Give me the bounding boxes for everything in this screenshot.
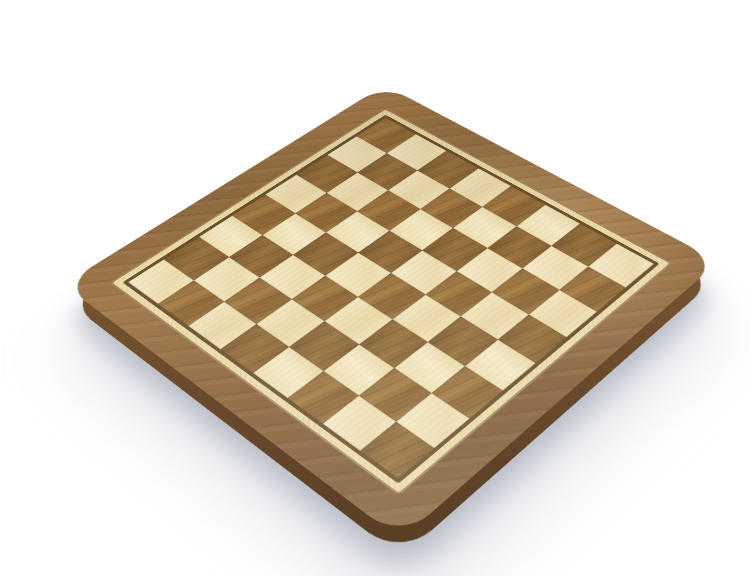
chess-board (63, 85, 719, 540)
square-e2[interactable] (289, 321, 358, 370)
square-h4[interactable] (465, 339, 536, 390)
inlay-gap (122, 115, 659, 484)
square-d2[interactable] (256, 299, 324, 347)
square-h5[interactable] (497, 314, 566, 363)
square-f5[interactable] (425, 271, 492, 317)
square-g5[interactable] (461, 292, 529, 339)
square-h7[interactable] (559, 266, 626, 312)
photo-background (0, 0, 750, 576)
square-g2[interactable] (359, 368, 431, 421)
square-h6[interactable] (529, 290, 597, 337)
square-f4[interactable] (393, 294, 461, 341)
square-g3[interactable] (394, 342, 465, 393)
square-c1[interactable] (188, 301, 256, 349)
frame-inlay-line (110, 108, 673, 495)
board-perspective-wrapper (151, 33, 631, 513)
square-d1[interactable] (220, 324, 289, 373)
square-h3[interactable] (431, 366, 503, 419)
square-c2[interactable] (225, 278, 292, 324)
playing-field (128, 118, 654, 479)
square-e1[interactable] (253, 347, 324, 398)
square-f3[interactable] (359, 319, 428, 368)
square-f2[interactable] (324, 344, 395, 395)
square-g6[interactable] (492, 268, 559, 314)
square-b1[interactable] (158, 280, 225, 326)
square-g1[interactable] (323, 395, 396, 450)
board-frame (63, 85, 719, 540)
square-e3[interactable] (325, 297, 393, 345)
square-f1[interactable] (287, 371, 359, 424)
square-h1[interactable] (360, 421, 435, 478)
square-e4[interactable] (358, 273, 425, 319)
square-g4[interactable] (428, 316, 497, 365)
square-h2[interactable] (396, 393, 469, 448)
square-d3[interactable] (291, 275, 358, 321)
